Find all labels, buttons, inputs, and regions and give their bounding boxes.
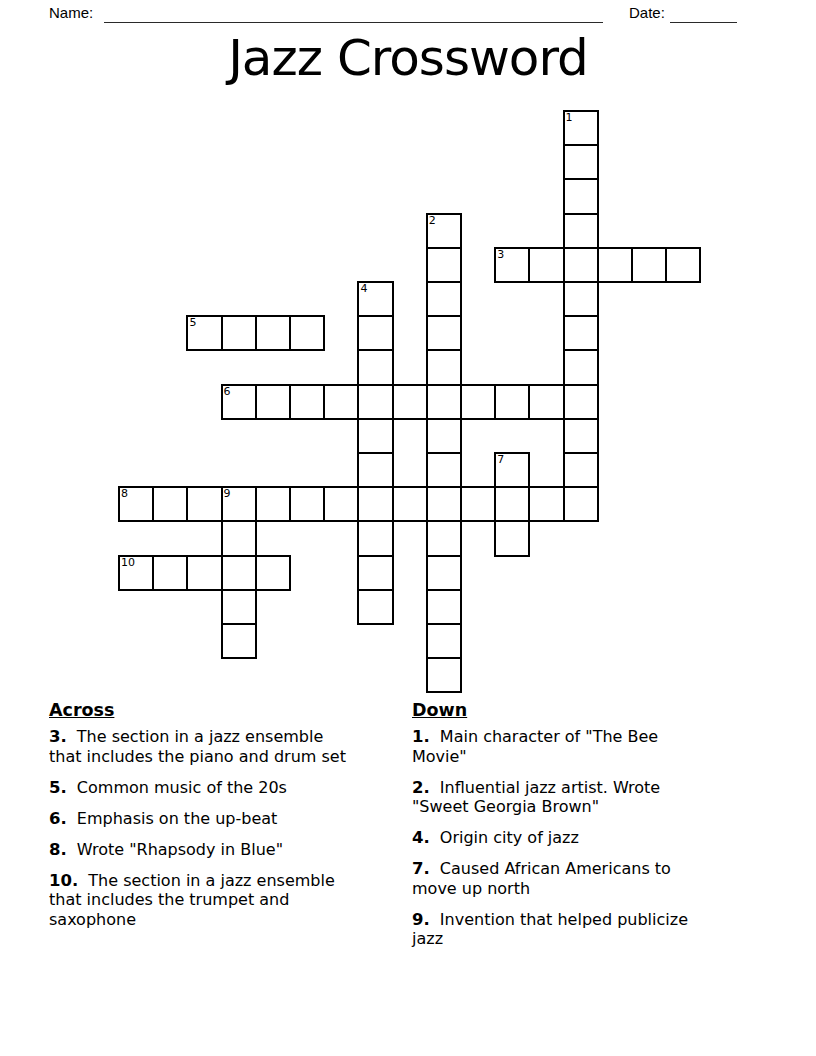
grid-cell[interactable] [563,144,599,180]
grid-cell[interactable] [357,486,393,522]
grid-cell[interactable] [631,247,667,283]
grid-cell-number: 10 [121,557,135,569]
clue-item: 6. Emphasis on the up-beat [49,809,407,829]
grid-cell[interactable] [221,555,257,591]
clue-text: Influential jazz artist. Wrote "Sweet Ge… [412,778,660,817]
clue-item: 5. Common music of the 20s [49,778,407,798]
date-label: Date: [629,4,665,21]
grid-cell[interactable] [494,384,530,420]
clue-text: Common music of the 20s [77,778,287,797]
grid-cell[interactable] [563,418,599,454]
grid-cell[interactable] [528,486,564,522]
grid-cell[interactable] [357,315,393,351]
clue-item: 7. Caused African Americans to move up n… [412,859,782,898]
grid-cell[interactable] [426,452,462,488]
grid-cell[interactable] [528,384,564,420]
grid-cell[interactable] [255,486,291,522]
clue-item: 9. Invention that helped publicize jazz [412,910,782,949]
date-blank-line[interactable] [670,2,737,23]
down-clues-section: Down 1. Main character of "The Bee Movie… [412,700,782,960]
grid-cell[interactable] [357,589,393,625]
grid-cell[interactable] [426,486,462,522]
grid-cell[interactable] [426,281,462,317]
grid-cell[interactable] [563,315,599,351]
grid-cell[interactable] [597,247,633,283]
clue-number: 9. [412,910,430,929]
grid-cell-number: 1 [566,112,573,124]
grid-cell[interactable] [563,452,599,488]
down-heading: Down [412,700,782,720]
grid-cell[interactable] [426,315,462,351]
clue-text: Invention that helped publicize jazz [412,910,688,949]
clue-number: 7. [412,859,430,878]
grid-cell[interactable] [221,315,257,351]
grid-cell[interactable] [357,555,393,591]
clue-number: 6. [49,809,67,828]
clue-item: 4. Origin city of jazz [412,828,782,848]
grid-cell[interactable] [563,486,599,522]
grid-cell[interactable] [392,486,428,522]
clue-item: 1. Main character of "The Bee Movie" [412,727,782,766]
clue-item: 10. The section in a jazz ensemble that … [49,871,407,930]
grid-cell[interactable] [357,520,393,556]
grid-cell-number: 5 [189,317,196,329]
grid-cell[interactable] [289,315,325,351]
grid-cell[interactable] [289,384,325,420]
grid-cell-number: 7 [497,454,504,466]
clue-number: 3. [49,727,67,746]
grid-cell[interactable] [221,623,257,659]
crossword-grid: 12345678910 [118,110,702,694]
clue-text: Caused African Americans to move up nort… [412,859,671,898]
clue-number: 10. [49,871,78,890]
grid-cell[interactable] [494,486,530,522]
across-clue-list: 3. The section in a jazz ensemble that i… [49,727,407,929]
across-clues-section: Across 3. The section in a jazz ensemble… [49,700,407,941]
grid-cell[interactable] [563,349,599,385]
grid-cell[interactable] [426,657,462,693]
grid-cell-number: 3 [497,249,504,261]
grid-cell[interactable] [186,486,222,522]
grid-cell-number: 4 [360,283,367,295]
clue-number: 2. [412,778,430,797]
grid-cell[interactable] [323,486,359,522]
grid-cell[interactable] [289,486,325,522]
grid-cell[interactable] [426,555,462,591]
clue-number: 1. [412,727,430,746]
grid-cell[interactable] [221,589,257,625]
grid-cell[interactable] [152,555,188,591]
grid-cell[interactable] [563,213,599,249]
grid-cell[interactable] [426,384,462,420]
clue-number: 8. [49,840,67,859]
grid-cell[interactable] [357,452,393,488]
across-heading: Across [49,700,407,720]
clue-item: 8. Wrote "Rhapsody in Blue" [49,840,407,860]
grid-cell-number: 2 [429,215,436,227]
name-blank-line[interactable] [104,2,603,23]
grid-cell-number: 9 [224,488,231,500]
clue-text: Emphasis on the up-beat [77,809,278,828]
grid-cell[interactable] [426,623,462,659]
grid-cell[interactable] [665,247,701,283]
clue-text: Origin city of jazz [440,828,579,847]
grid-cell[interactable] [186,555,222,591]
page-title: Jazz Crossword [0,30,816,86]
grid-cell[interactable] [255,384,291,420]
clue-item: 3. The section in a jazz ensemble that i… [49,727,407,766]
grid-cell[interactable] [563,178,599,214]
clue-number: 5. [49,778,67,797]
grid-cell[interactable] [152,486,188,522]
grid-cell[interactable] [563,384,599,420]
grid-cell[interactable] [563,247,599,283]
grid-cell[interactable] [392,384,428,420]
grid-cell[interactable] [255,315,291,351]
grid-cell[interactable] [426,418,462,454]
clue-text: The section in a jazz ensemble that incl… [49,871,335,929]
grid-cell[interactable] [426,349,462,385]
worksheet-page: Name: Date: Jazz Crossword 12345678910 A… [0,0,816,1056]
grid-cell[interactable] [460,384,496,420]
grid-cell-number: 8 [121,488,128,500]
clue-text: Main character of "The Bee Movie" [412,727,658,766]
grid-cell[interactable] [357,349,393,385]
grid-cell[interactable] [426,520,462,556]
grid-cell[interactable] [323,384,359,420]
grid-cell[interactable] [528,247,564,283]
clue-text: Wrote "Rhapsody in Blue" [77,840,283,859]
grid-cell-number: 6 [224,386,231,398]
name-label: Name: [49,4,93,21]
grid-cell[interactable] [494,520,530,556]
grid-cell[interactable] [563,281,599,317]
down-clue-list: 1. Main character of "The Bee Movie"2. I… [412,727,782,949]
clue-item: 2. Influential jazz artist. Wrote "Sweet… [412,778,782,817]
clue-text: The section in a jazz ensemble that incl… [49,727,346,766]
grid-cell[interactable] [357,418,393,454]
grid-cell[interactable] [221,520,257,556]
grid-cell[interactable] [460,486,496,522]
grid-cell[interactable] [357,384,393,420]
grid-cell[interactable] [426,247,462,283]
grid-cell[interactable] [426,589,462,625]
clue-number: 4. [412,828,430,847]
grid-cell[interactable] [255,555,291,591]
